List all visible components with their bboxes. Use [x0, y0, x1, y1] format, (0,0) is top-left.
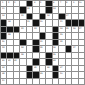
black-cell-r3c5 [27, 14, 32, 19]
clue-number: 20 [40, 20, 43, 22]
white-cell-r2c7[interactable] [40, 7, 45, 12]
white-cell-r8c12[interactable]: 37 [72, 46, 77, 51]
white-cell-r9c10[interactable] [59, 53, 64, 58]
white-cell-r10c10[interactable] [59, 59, 64, 64]
clue-number: 45 [34, 66, 37, 68]
white-cell-r6c4[interactable] [20, 33, 25, 38]
white-cell-r13c1[interactable]: 51 [1, 79, 6, 84]
clue-number: 3 [14, 1, 15, 3]
white-cell-r9c4[interactable]: 38 [20, 53, 25, 58]
white-cell-r1c6[interactable]: 4 [33, 1, 38, 6]
white-cell-r7c7[interactable]: 31 [40, 40, 45, 45]
white-cell-r3c11[interactable]: 17 [66, 14, 71, 19]
white-cell-r6c5[interactable] [27, 33, 32, 38]
white-cell-r11c8[interactable]: 46 [46, 66, 51, 71]
white-cell-r10c3[interactable]: 42 [14, 59, 19, 64]
black-cell-r3c10 [59, 14, 64, 19]
white-cell-r5c5[interactable] [27, 27, 32, 32]
clue-number: 46 [47, 66, 50, 68]
black-cell-r7c9 [53, 40, 58, 45]
clue-number: 6 [53, 1, 54, 3]
white-cell-r11c12[interactable] [72, 66, 77, 71]
white-cell-r5c7[interactable] [40, 27, 45, 32]
white-cell-r5c10[interactable]: 24 [59, 27, 64, 32]
white-cell-r10c1[interactable]: 40 [1, 59, 6, 64]
white-cell-r10c5[interactable] [27, 59, 32, 64]
white-cell-r10c9[interactable]: 43 [53, 59, 58, 64]
clue-number: 12 [27, 7, 30, 9]
clue-number: 37 [73, 46, 76, 48]
white-cell-r11c3[interactable] [14, 66, 19, 71]
white-cell-r11c11[interactable] [66, 66, 71, 71]
clue-number: 19 [27, 20, 30, 22]
clue-number: 28 [8, 33, 11, 35]
black-cell-r7c4 [20, 40, 25, 45]
clue-number: 32 [60, 40, 63, 42]
clue-number: 40 [2, 59, 5, 61]
white-cell-r11c13[interactable] [79, 66, 84, 71]
white-cell-r7c1[interactable]: 30 [1, 40, 6, 45]
white-cell-r7c10[interactable]: 32 [59, 40, 64, 45]
white-cell-r8c10[interactable] [59, 46, 64, 51]
black-cell-r11c5 [27, 66, 32, 71]
clue-number: 41 [8, 59, 11, 61]
clue-number: 21 [60, 20, 63, 22]
white-cell-r1c2[interactable]: 2 [7, 1, 12, 6]
white-cell-r8c1[interactable]: 33 [1, 46, 6, 51]
white-cell-r12c11[interactable] [66, 72, 71, 77]
white-cell-r7c8[interactable] [46, 40, 51, 45]
clue-number: 17 [66, 14, 69, 16]
white-cell-r5c6[interactable]: 23 [33, 27, 38, 32]
white-cell-r4c7[interactable]: 20 [40, 20, 45, 25]
white-cell-r11c2[interactable] [7, 66, 12, 71]
white-cell-r6c10[interactable]: 29 [59, 33, 64, 38]
white-cell-r9c9[interactable]: 39 [53, 53, 58, 58]
white-cell-r11c1[interactable]: 44 [1, 66, 6, 71]
clue-number: 14 [2, 14, 5, 16]
clue-number: 38 [21, 53, 24, 55]
white-cell-r12c1[interactable]: 48 [1, 72, 6, 77]
white-cell-r9c7[interactable] [40, 53, 45, 58]
white-cell-r3c1[interactable]: 14 [1, 14, 6, 19]
clue-number: 23 [34, 27, 37, 29]
clue-number: 8 [66, 1, 67, 3]
white-cell-r13c6[interactable] [33, 79, 38, 84]
white-cell-r10c7[interactable] [40, 59, 45, 64]
white-cell-r12c10[interactable]: 50 [59, 72, 64, 77]
white-cell-r8c9[interactable]: 36 [53, 46, 58, 51]
white-cell-r2c3[interactable] [14, 7, 19, 12]
white-cell-r4c8[interactable] [46, 20, 51, 25]
white-cell-r12c13[interactable] [79, 72, 84, 77]
clue-number: 44 [2, 66, 5, 68]
white-cell-r5c13[interactable]: 27 [79, 27, 84, 32]
white-cell-r3c6[interactable] [33, 14, 38, 19]
white-cell-r8c8[interactable] [46, 46, 51, 51]
black-cell-r4c11 [66, 20, 71, 25]
white-cell-r10c12[interactable] [72, 59, 77, 64]
black-cell-r5c1 [1, 27, 6, 32]
white-cell-r8c2[interactable] [7, 46, 12, 51]
white-cell-r7c13[interactable] [79, 40, 84, 45]
white-cell-r11c7[interactable] [40, 66, 45, 71]
black-cell-r8c11 [66, 46, 71, 51]
white-cell-r6c13[interactable] [79, 33, 84, 38]
black-cell-r2c8 [46, 7, 51, 12]
black-cell-r2c4 [20, 7, 25, 12]
white-cell-r12c12[interactable] [72, 72, 77, 77]
white-cell-r4c3[interactable] [14, 20, 19, 25]
white-cell-r1c10[interactable]: 7 [59, 1, 64, 6]
white-cell-r11c10[interactable]: 47 [59, 66, 64, 71]
white-cell-r6c8[interactable] [46, 33, 51, 38]
white-cell-r5c11[interactable]: 25 [66, 27, 71, 32]
clue-number: 34 [21, 46, 24, 48]
black-cell-r5c3 [14, 27, 19, 32]
clue-number: 47 [60, 66, 63, 68]
white-cell-r5c4[interactable]: 22 [20, 27, 25, 32]
white-cell-r6c2[interactable]: 28 [7, 33, 12, 38]
white-cell-r2c1[interactable]: 11 [1, 7, 6, 12]
black-cell-r10c6 [33, 59, 38, 64]
white-cell-r4c2[interactable]: 18 [7, 20, 12, 25]
white-cell-r12c4[interactable] [20, 72, 25, 77]
white-cell-r4c4[interactable] [20, 20, 25, 25]
black-cell-r9c1 [1, 53, 6, 58]
white-cell-r12c3[interactable] [14, 72, 19, 77]
white-cell-r9c6[interactable] [33, 53, 38, 58]
clue-number: 18 [8, 20, 11, 22]
black-cell-r4c12 [72, 20, 77, 25]
white-cell-r13c9[interactable] [53, 79, 58, 84]
white-cell-r2c11[interactable] [66, 7, 71, 12]
black-cell-r7c6 [33, 40, 38, 45]
clue-number: 1 [2, 1, 3, 3]
clue-number: 27 [79, 27, 82, 29]
black-cell-r5c2 [7, 27, 12, 32]
white-cell-r3c9[interactable] [53, 14, 58, 19]
clue-number: 2 [8, 1, 9, 3]
white-cell-r8c7[interactable]: 35 [40, 46, 45, 51]
white-cell-r5c8[interactable] [46, 27, 51, 32]
clue-number: 50 [60, 72, 63, 74]
black-cell-r12c9 [53, 72, 58, 77]
white-cell-r13c4[interactable] [20, 79, 25, 84]
clue-number: 16 [47, 14, 50, 16]
clue-number: 49 [40, 72, 43, 74]
clue-number: 48 [2, 72, 5, 74]
white-cell-r2c10[interactable] [59, 7, 64, 12]
black-cell-r4c13 [79, 20, 84, 25]
white-cell-r12c2[interactable] [7, 72, 12, 77]
black-cell-r6c9 [53, 33, 58, 38]
clue-number: 51 [2, 79, 5, 81]
clue-number: 7 [60, 1, 61, 3]
black-cell-r12c6 [33, 72, 38, 77]
white-cell-r8c4[interactable]: 34 [20, 46, 25, 51]
white-cell-r13c12[interactable] [72, 79, 77, 84]
white-cell-r7c5[interactable] [27, 40, 32, 45]
white-cell-r1c3[interactable]: 3 [14, 1, 19, 6]
white-cell-r7c11[interactable] [66, 40, 71, 45]
black-cell-r9c3 [14, 53, 19, 58]
clue-number: 22 [21, 27, 24, 29]
white-cell-r11c4[interactable] [20, 66, 25, 71]
black-cell-r6c1 [1, 33, 6, 38]
white-cell-r6c11[interactable] [66, 33, 71, 38]
white-cell-r13c7[interactable] [40, 79, 45, 84]
clue-number: 13 [53, 7, 56, 9]
clue-number: 24 [60, 27, 63, 29]
white-cell-r8c13[interactable] [79, 46, 84, 51]
white-cell-r13c3[interactable] [14, 79, 19, 84]
white-cell-r3c12[interactable] [72, 14, 77, 19]
clue-number: 15 [21, 14, 24, 16]
white-cell-r13c5[interactable] [27, 79, 32, 84]
white-cell-r10c13[interactable] [79, 59, 84, 64]
white-cell-r3c2[interactable] [7, 14, 12, 19]
clue-number: 5 [40, 1, 41, 3]
white-cell-r3c8[interactable]: 16 [46, 14, 51, 19]
white-cell-r2c13[interactable] [79, 7, 84, 12]
clue-number: 35 [40, 46, 43, 48]
black-cell-r6c7 [40, 33, 45, 38]
white-cell-r2c6[interactable] [33, 7, 38, 12]
clue-number: 42 [14, 59, 17, 61]
black-cell-r11c9 [53, 66, 58, 71]
white-cell-r1c12[interactable]: 9 [72, 1, 77, 6]
black-cell-r9c2 [7, 53, 12, 58]
black-cell-r3c7 [40, 14, 45, 19]
white-cell-r3c4[interactable]: 15 [20, 14, 25, 19]
white-cell-r2c2[interactable] [7, 7, 12, 12]
white-cell-r8c5[interactable] [27, 46, 32, 51]
white-cell-r10c2[interactable]: 41 [7, 59, 12, 64]
white-cell-r5c12[interactable]: 26 [72, 27, 77, 32]
crossword-grid: 1234567891011121314151617181920212223242… [0, 0, 85, 85]
clue-number: 9 [73, 1, 74, 3]
white-cell-r13c13[interactable] [79, 79, 84, 84]
white-cell-r13c2[interactable] [7, 79, 12, 84]
clue-number: 36 [53, 46, 56, 48]
white-cell-r10c11[interactable] [66, 59, 71, 64]
black-cell-r9c8 [46, 53, 51, 58]
white-cell-r6c6[interactable] [33, 33, 38, 38]
black-cell-r8c6 [33, 46, 38, 51]
white-cell-r8c3[interactable] [14, 46, 19, 51]
white-cell-r13c11[interactable] [66, 79, 71, 84]
clue-number: 10 [79, 1, 82, 3]
clue-number: 33 [2, 46, 5, 48]
white-cell-r2c5[interactable]: 12 [27, 7, 32, 12]
white-cell-r9c5[interactable] [27, 53, 32, 58]
white-cell-r6c12[interactable] [72, 33, 77, 38]
white-cell-r3c3[interactable] [14, 14, 19, 19]
black-cell-r10c8 [46, 59, 51, 64]
white-cell-r4c9[interactable] [53, 20, 58, 25]
white-cell-r2c12[interactable] [72, 7, 77, 12]
clue-number: 43 [53, 59, 56, 61]
white-cell-r12c8[interactable] [46, 72, 51, 77]
white-cell-r6c3[interactable] [14, 33, 19, 38]
white-cell-r1c11[interactable]: 8 [66, 1, 71, 6]
white-cell-r13c8[interactable] [46, 79, 51, 84]
black-cell-r1c8 [46, 1, 51, 6]
clue-number: 31 [40, 40, 43, 42]
clue-number: 30 [2, 40, 5, 42]
black-cell-r12c5 [27, 72, 32, 77]
white-cell-r12c7[interactable]: 49 [40, 72, 45, 77]
white-cell-r11c6[interactable]: 45 [33, 66, 38, 71]
white-cell-r3c13[interactable] [79, 14, 84, 19]
clue-number: 11 [2, 7, 5, 9]
white-cell-r4c10[interactable]: 21 [59, 20, 64, 25]
black-cell-r5c9 [53, 27, 58, 32]
white-cell-r7c3[interactable] [14, 40, 19, 45]
white-cell-r1c7[interactable]: 5 [40, 1, 45, 6]
clue-number: 25 [66, 27, 69, 29]
white-cell-r13c10[interactable] [59, 79, 64, 84]
white-cell-r1c4[interactable] [20, 1, 25, 6]
white-cell-r9c12[interactable] [72, 53, 77, 58]
black-cell-r4c6 [33, 20, 38, 25]
clue-number: 26 [73, 27, 76, 29]
clue-number: 29 [60, 33, 63, 35]
clue-number: 4 [34, 1, 35, 3]
white-cell-r7c2[interactable] [7, 40, 12, 45]
clue-number: 39 [53, 53, 56, 55]
black-cell-r4c1 [1, 20, 6, 25]
white-cell-r9c13[interactable] [79, 53, 84, 58]
white-cell-r4c5[interactable]: 19 [27, 20, 32, 25]
white-cell-r1c13[interactable]: 10 [79, 1, 84, 6]
white-cell-r2c9[interactable]: 13 [53, 7, 58, 12]
white-cell-r9c11[interactable] [66, 53, 71, 58]
white-cell-r7c12[interactable] [72, 40, 77, 45]
white-cell-r10c4[interactable] [20, 59, 25, 64]
